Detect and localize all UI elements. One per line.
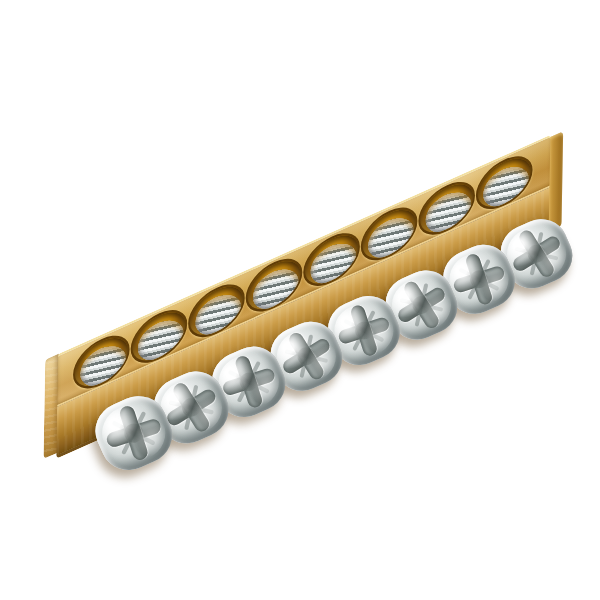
busbar [58, 134, 600, 500]
screw-row [58, 134, 600, 500]
product-photo: Close-up product photo on a white backgr… [0, 0, 600, 600]
